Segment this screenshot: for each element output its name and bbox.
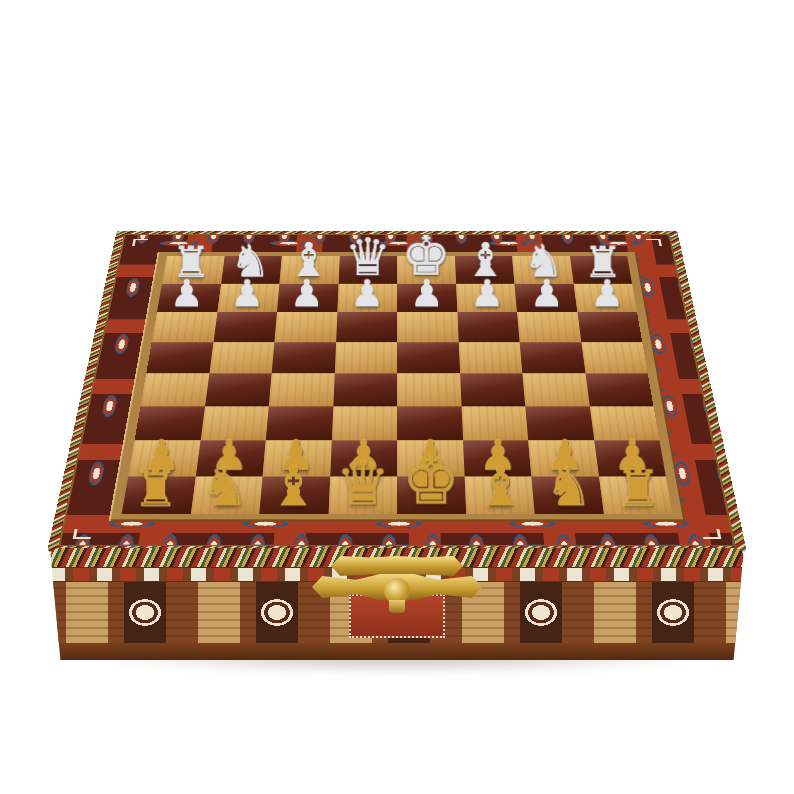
brass-latch [307,552,487,616]
square-g6[interactable] [517,312,581,342]
square-e6[interactable] [397,312,458,342]
silver-pawn[interactable]: ♟ [170,275,204,312]
silver-pawn[interactable]: ♟ [590,275,624,312]
square-e7[interactable]: ♟ [397,284,457,313]
product-photo-scene: ♜♞♝♛♚♝♞♜♟♟♟♟♟♟♟♟♟♟♟♟♟♟♟♟♜♞♝♛♚♝♞♜ [0,0,794,794]
square-e5[interactable] [397,342,460,373]
square-f1[interactable]: ♝ [464,476,534,514]
mosaic-border: ♜♞♝♛♚♝♞♜♟♟♟♟♟♟♟♟♟♟♟♟♟♟♟♟♜♞♝♛♚♝♞♜ [58,234,736,546]
gold-rook[interactable]: ♜ [615,463,661,514]
square-b5[interactable] [209,342,274,373]
case-base-molding [50,643,744,662]
gold-bishop[interactable]: ♝ [476,459,525,514]
square-b1[interactable]: ♞ [191,476,263,514]
silver-pawn[interactable]: ♟ [350,275,384,312]
square-f7[interactable]: ♟ [456,284,517,313]
square-a1[interactable]: ♜ [122,476,196,514]
silver-pawn[interactable]: ♟ [410,275,444,312]
square-a5[interactable] [146,342,213,373]
square-h1[interactable]: ♜ [599,476,673,514]
silver-pawn[interactable]: ♟ [470,275,504,312]
square-f4[interactable] [460,373,526,406]
latch-top-plate [331,556,463,576]
gold-rook[interactable]: ♜ [133,463,179,514]
square-e4[interactable] [397,373,461,406]
chess-board-3d: ♜♞♝♛♚♝♞♜♟♟♟♟♟♟♟♟♟♟♟♟♟♟♟♟♜♞♝♛♚♝♞♜ [47,231,747,552]
corner-inlay [702,529,722,539]
square-g7[interactable]: ♟ [515,284,578,313]
gold-knight[interactable]: ♞ [201,461,248,514]
square-g4[interactable] [522,373,589,406]
square-h7[interactable]: ♟ [573,284,637,313]
square-a7[interactable]: ♟ [157,284,221,313]
square-d7[interactable]: ♟ [337,284,397,313]
square-d1[interactable]: ♛ [328,476,397,514]
square-c5[interactable] [272,342,336,373]
gold-bishop[interactable]: ♝ [269,459,318,514]
gold-queen[interactable]: ♛ [335,453,389,514]
square-f5[interactable] [458,342,522,373]
square-b7[interactable]: ♟ [217,284,280,313]
corner-inlay [73,529,93,539]
gold-king[interactable]: ♚ [403,449,461,513]
square-g5[interactable] [520,342,585,373]
corner-inlay [132,239,148,246]
square-d5[interactable] [334,342,397,373]
square-b6[interactable] [213,312,277,342]
square-a4[interactable] [141,373,209,406]
gold-knight[interactable]: ♞ [545,461,592,514]
square-e1[interactable]: ♚ [397,476,466,514]
square-d4[interactable] [333,373,397,406]
inner-wood-frame: ♜♞♝♛♚♝♞♜♟♟♟♟♟♟♟♟♟♟♟♟♟♟♟♟♜♞♝♛♚♝♞♜ [109,252,686,521]
square-c7[interactable]: ♟ [277,284,338,313]
square-c4[interactable] [269,373,335,406]
square-c6[interactable] [274,312,337,342]
square-g1[interactable]: ♞ [531,476,603,514]
silver-pawn[interactable]: ♟ [230,275,264,312]
corner-inlay [646,239,662,246]
square-h6[interactable] [577,312,642,342]
square-b4[interactable] [205,373,272,406]
board-edge-stripe-inlay: ♜♞♝♛♚♝♞♜♟♟♟♟♟♟♟♟♟♟♟♟♟♟♟♟♜♞♝♛♚♝♞♜ [47,231,747,552]
silver-pawn[interactable]: ♟ [530,275,564,312]
latch-tongue [389,600,405,613]
silver-pawn[interactable]: ♟ [290,275,324,312]
board-squares: ♜♞♝♛♚♝♞♜♟♟♟♟♟♟♟♟♟♟♟♟♟♟♟♟♜♞♝♛♚♝♞♜ [122,256,673,514]
square-c1[interactable]: ♝ [259,476,329,514]
square-a6[interactable] [152,312,217,342]
square-f6[interactable] [457,312,520,342]
square-d6[interactable] [336,312,397,342]
square-h5[interactable] [581,342,648,373]
square-h4[interactable] [585,373,653,406]
